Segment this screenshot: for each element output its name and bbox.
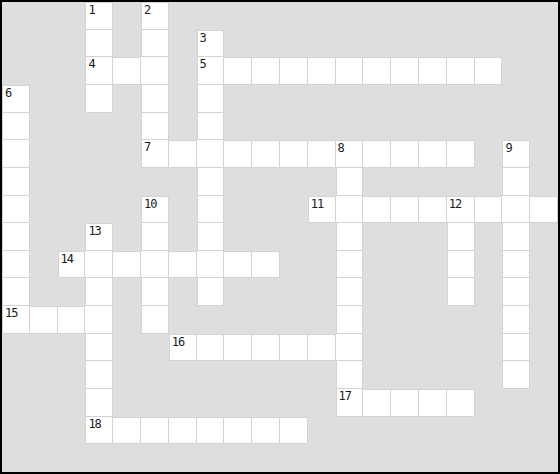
cell-r14c8 (224, 389, 252, 417)
cell-r15c7[interactable] (197, 417, 225, 445)
cell-r11c8 (224, 306, 252, 334)
cell-r0c13 (363, 2, 391, 30)
cell-r0c15 (419, 2, 447, 30)
cell-r15c12 (336, 417, 364, 445)
cell-r3c3[interactable] (85, 85, 113, 113)
cell-r12c6[interactable]: 16 (169, 334, 197, 362)
cell-r10c2 (58, 278, 86, 306)
cell-r1c0 (2, 30, 30, 58)
cell-r15c1 (30, 417, 58, 445)
cell-r12c10[interactable] (280, 334, 308, 362)
cell-r8c14 (391, 223, 419, 251)
cell-r10c18[interactable] (502, 278, 530, 306)
cell-r6c8 (224, 168, 252, 196)
cell-r5c15[interactable] (419, 140, 447, 168)
cell-r4c18 (502, 113, 530, 141)
cell-r10c8 (224, 278, 252, 306)
cell-r4c0[interactable] (2, 113, 30, 141)
cell-r9c0[interactable] (2, 251, 30, 279)
cell-r16c1 (30, 444, 58, 472)
cell-r5c8[interactable] (224, 140, 252, 168)
cell-r3c10 (280, 85, 308, 113)
cell-r8c18[interactable] (502, 223, 530, 251)
cell-r6c11 (308, 168, 336, 196)
cell-r4c10 (280, 113, 308, 141)
cell-r0c12 (336, 2, 364, 30)
cell-r8c16[interactable] (447, 223, 475, 251)
cell-r5c13[interactable] (363, 140, 391, 168)
cell-r6c19 (530, 168, 558, 196)
cell-r13c6 (169, 361, 197, 389)
cell-r1c5[interactable] (141, 30, 169, 58)
cell-r16c6 (169, 444, 197, 472)
cell-r8c9 (252, 223, 280, 251)
cell-r8c3[interactable]: 13 (85, 223, 113, 251)
cell-r15c17 (475, 417, 503, 445)
cell-r5c16[interactable] (447, 140, 475, 168)
cell-r8c19 (530, 223, 558, 251)
clue-number-5: 5 (200, 58, 206, 70)
cell-r7c3 (85, 196, 113, 224)
cell-r10c6 (169, 278, 197, 306)
cell-r2c8[interactable] (224, 57, 252, 85)
cell-r7c7[interactable] (197, 196, 225, 224)
cell-r0c16 (447, 2, 475, 30)
cell-r6c12[interactable] (336, 168, 364, 196)
cell-r9c10 (280, 251, 308, 279)
cell-r16c11 (308, 444, 336, 472)
cell-r10c11 (308, 278, 336, 306)
cell-r0c5[interactable]: 2 (141, 2, 169, 30)
clue-number-9: 9 (505, 142, 511, 154)
cell-r15c4[interactable] (113, 417, 141, 445)
cell-r13c4 (113, 361, 141, 389)
cell-r2c3[interactable]: 4 (85, 57, 113, 85)
cell-r2c0 (2, 57, 30, 85)
cell-r15c16 (447, 417, 475, 445)
cell-r8c6 (169, 223, 197, 251)
cell-r0c9 (252, 2, 280, 30)
cell-r3c1 (30, 85, 58, 113)
cell-r7c2 (58, 196, 86, 224)
cell-r2c12[interactable] (336, 57, 364, 85)
clue-number-18: 18 (88, 418, 100, 430)
cell-r1c15 (419, 30, 447, 58)
cell-r1c9 (252, 30, 280, 58)
cell-r14c0 (2, 389, 30, 417)
clue-number-13: 13 (88, 225, 100, 237)
cell-r3c13 (363, 85, 391, 113)
cell-r10c14 (391, 278, 419, 306)
cell-r5c2 (58, 140, 86, 168)
cell-r10c17 (475, 278, 503, 306)
cell-r16c9 (252, 444, 280, 472)
clue-number-15: 15 (5, 307, 17, 319)
cell-r5c9[interactable] (252, 140, 280, 168)
cell-r4c9 (252, 113, 280, 141)
cell-r0c0 (2, 2, 30, 30)
cell-r9c3[interactable] (85, 251, 113, 279)
cell-r14c15[interactable] (419, 389, 447, 417)
cell-r5c12[interactable]: 8 (336, 140, 364, 168)
cell-r10c0[interactable] (2, 278, 30, 306)
clue-number-4: 4 (88, 58, 94, 70)
cell-r11c17 (475, 306, 503, 334)
cell-r5c17 (475, 140, 503, 168)
cell-r7c18[interactable] (502, 196, 530, 224)
cell-r14c11 (308, 389, 336, 417)
cell-r6c1 (30, 168, 58, 196)
cell-r9c18[interactable] (502, 251, 530, 279)
cell-r0c19 (530, 2, 558, 30)
cell-r16c3 (85, 444, 113, 472)
cell-r9c15 (419, 251, 447, 279)
cell-r2c17[interactable] (475, 57, 503, 85)
cell-r14c17 (475, 389, 503, 417)
cell-r11c9 (252, 306, 280, 334)
cell-r0c18 (502, 2, 530, 30)
cell-r15c3[interactable]: 18 (85, 417, 113, 445)
cell-r16c4 (113, 444, 141, 472)
cell-r14c14[interactable] (391, 389, 419, 417)
cell-r9c9[interactable] (252, 251, 280, 279)
clue-number-7: 7 (144, 141, 150, 153)
cell-r1c2 (58, 30, 86, 58)
cell-r13c9 (252, 361, 280, 389)
cell-r6c18[interactable] (502, 168, 530, 196)
cell-r3c18 (502, 85, 530, 113)
cell-r3c2 (58, 85, 86, 113)
cell-r6c2 (58, 168, 86, 196)
cell-r14c5 (141, 389, 169, 417)
cell-r3c14 (391, 85, 419, 113)
cell-r9c16[interactable] (447, 251, 475, 279)
cell-r9c5[interactable] (141, 251, 169, 279)
cell-r6c4 (113, 168, 141, 196)
cell-r7c12[interactable] (336, 196, 364, 224)
cell-r0c7 (197, 2, 225, 30)
cell-r13c5 (141, 361, 169, 389)
cell-r7c1 (30, 196, 58, 224)
cell-r9c11 (308, 251, 336, 279)
cell-r3c8 (224, 85, 252, 113)
cell-r4c7[interactable] (197, 113, 225, 141)
cell-r6c9 (252, 168, 280, 196)
cell-r7c10 (280, 196, 308, 224)
cell-r15c9[interactable] (252, 417, 280, 445)
cell-r15c18 (502, 417, 530, 445)
cell-r15c8[interactable] (224, 417, 252, 445)
cell-r8c17 (475, 223, 503, 251)
cell-r9c2[interactable]: 14 (58, 251, 86, 279)
cell-r13c18[interactable] (502, 361, 530, 389)
cell-r15c0 (2, 417, 30, 445)
cell-r8c1 (30, 223, 58, 251)
cell-r11c5[interactable] (141, 306, 169, 334)
cell-r9c8[interactable] (224, 251, 252, 279)
cell-r8c0[interactable] (2, 223, 30, 251)
cell-r12c19 (530, 334, 558, 362)
cell-r14c3[interactable] (85, 389, 113, 417)
cell-r11c15 (419, 306, 447, 334)
cell-r14c10 (280, 389, 308, 417)
cell-r12c4 (113, 334, 141, 362)
cell-r11c2[interactable] (58, 306, 86, 334)
cell-r2c16[interactable] (447, 57, 475, 85)
cell-r10c12[interactable] (336, 278, 364, 306)
cell-r12c2 (58, 334, 86, 362)
cell-r13c10 (280, 361, 308, 389)
cell-r11c18[interactable] (502, 306, 530, 334)
cell-r11c1[interactable] (30, 306, 58, 334)
cell-r6c7[interactable] (197, 168, 225, 196)
cell-r8c12[interactable] (336, 223, 364, 251)
cell-r2c6 (169, 57, 197, 85)
cell-r7c16[interactable]: 12 (447, 196, 475, 224)
cell-r13c13 (363, 361, 391, 389)
cell-r5c3 (85, 140, 113, 168)
cell-r0c4 (113, 2, 141, 30)
cell-r8c8 (224, 223, 252, 251)
cell-r2c11[interactable] (308, 57, 336, 85)
cell-r11c0[interactable]: 15 (2, 306, 30, 334)
cell-r14c12[interactable]: 17 (336, 389, 364, 417)
cell-r10c7[interactable] (197, 278, 225, 306)
cell-r7c17[interactable] (475, 196, 503, 224)
clue-number-2: 2 (144, 4, 150, 16)
cell-r13c8 (224, 361, 252, 389)
cell-r15c14 (391, 417, 419, 445)
cell-r5c6[interactable] (169, 140, 197, 168)
cell-r12c13 (363, 334, 391, 362)
cell-r4c2 (58, 113, 86, 141)
cell-r2c19 (530, 57, 558, 85)
cell-r7c9 (252, 196, 280, 224)
cell-r9c13 (363, 251, 391, 279)
cell-r11c6 (169, 306, 197, 334)
cell-r11c13 (363, 306, 391, 334)
cell-r13c2 (58, 361, 86, 389)
cell-r15c19 (530, 417, 558, 445)
cell-r0c8 (224, 2, 252, 30)
cell-r11c3[interactable] (85, 306, 113, 334)
cell-r12c18[interactable] (502, 334, 530, 362)
cell-r5c11[interactable] (308, 140, 336, 168)
cell-r2c9[interactable] (252, 57, 280, 85)
cell-r10c3[interactable] (85, 278, 113, 306)
cell-r5c7[interactable] (197, 140, 225, 168)
cell-r5c5[interactable]: 7 (141, 140, 169, 168)
cell-r10c15 (419, 278, 447, 306)
cell-r6c6 (169, 168, 197, 196)
cell-r1c7[interactable]: 3 (197, 30, 225, 58)
cell-r4c19 (530, 113, 558, 141)
cell-r1c3[interactable] (85, 30, 113, 58)
cell-r9c17 (475, 251, 503, 279)
cell-r10c1 (30, 278, 58, 306)
cell-r4c6 (169, 113, 197, 141)
cell-r0c2 (58, 2, 86, 30)
cell-r16c10 (280, 444, 308, 472)
cell-r12c9[interactable] (252, 334, 280, 362)
cell-r9c14 (391, 251, 419, 279)
cell-r14c18 (502, 389, 530, 417)
cell-r5c14[interactable] (391, 140, 419, 168)
cell-r7c11[interactable]: 11 (308, 196, 336, 224)
cell-r16c2 (58, 444, 86, 472)
cell-r8c10 (280, 223, 308, 251)
cell-r12c3[interactable] (85, 334, 113, 362)
cell-r6c17 (475, 168, 503, 196)
cell-r7c14[interactable] (391, 196, 419, 224)
cell-r15c6[interactable] (169, 417, 197, 445)
cell-r16c15 (419, 444, 447, 472)
cell-r6c5 (141, 168, 169, 196)
cell-r3c19 (530, 85, 558, 113)
cell-r1c12 (336, 30, 364, 58)
cell-r12c8[interactable] (224, 334, 252, 362)
clue-number-11: 11 (311, 198, 323, 210)
cell-r2c1 (30, 57, 58, 85)
cell-r1c1 (30, 30, 58, 58)
clue-number-14: 14 (61, 253, 73, 265)
cell-r12c14 (391, 334, 419, 362)
cell-r2c7[interactable]: 5 (197, 57, 225, 85)
cell-r1c19 (530, 30, 558, 58)
cell-r4c5[interactable] (141, 113, 169, 141)
cell-r3c5[interactable] (141, 85, 169, 113)
cell-r5c0[interactable] (2, 140, 30, 168)
cell-r0c3[interactable]: 1 (85, 2, 113, 30)
cell-r13c16 (447, 361, 475, 389)
cell-r3c17 (475, 85, 503, 113)
cell-r11c16 (447, 306, 475, 334)
cell-r3c4 (113, 85, 141, 113)
cell-r10c16[interactable] (447, 278, 475, 306)
cell-r5c18[interactable]: 9 (502, 140, 530, 168)
cell-r3c7[interactable] (197, 85, 225, 113)
cell-r12c16 (447, 334, 475, 362)
cell-r12c15 (419, 334, 447, 362)
cell-r13c7 (197, 361, 225, 389)
cell-r15c10[interactable] (280, 417, 308, 445)
cell-r8c11 (308, 223, 336, 251)
cell-r2c14[interactable] (391, 57, 419, 85)
cell-r0c14 (391, 2, 419, 30)
cell-r12c7[interactable] (197, 334, 225, 362)
cell-r9c1 (30, 251, 58, 279)
cell-r8c5[interactable] (141, 223, 169, 251)
cell-r1c6 (169, 30, 197, 58)
cell-r3c16 (447, 85, 475, 113)
cell-r14c4 (113, 389, 141, 417)
cell-r2c5[interactable] (141, 57, 169, 85)
clue-number-8: 8 (338, 142, 344, 154)
cell-r15c13 (363, 417, 391, 445)
cell-r2c13[interactable] (363, 57, 391, 85)
cell-r4c13 (363, 113, 391, 141)
cell-r7c19[interactable] (530, 196, 558, 224)
cell-r13c11 (308, 361, 336, 389)
cell-r10c5[interactable] (141, 278, 169, 306)
cell-r0c1 (30, 2, 58, 30)
cell-r10c13 (363, 278, 391, 306)
cell-r7c13[interactable] (363, 196, 391, 224)
cell-r7c6 (169, 196, 197, 224)
cell-r1c11 (308, 30, 336, 58)
cell-r7c15[interactable] (419, 196, 447, 224)
cell-r6c16 (447, 168, 475, 196)
cell-r16c0 (2, 444, 30, 472)
cell-r15c5[interactable] (141, 417, 169, 445)
cell-r4c16 (447, 113, 475, 141)
cell-r13c17 (475, 361, 503, 389)
cell-r16c16 (447, 444, 475, 472)
cell-r16c13 (363, 444, 391, 472)
cell-r14c16[interactable] (447, 389, 475, 417)
cell-r7c0[interactable] (2, 196, 30, 224)
cell-r1c17 (475, 30, 503, 58)
cell-r9c6[interactable] (169, 251, 197, 279)
cell-r12c1 (30, 334, 58, 362)
cell-r1c13 (363, 30, 391, 58)
cell-r9c12[interactable] (336, 251, 364, 279)
cell-r2c18 (502, 57, 530, 85)
cell-r3c12 (336, 85, 364, 113)
cell-r11c11 (308, 306, 336, 334)
cell-r9c7[interactable] (197, 251, 225, 279)
cell-r1c8 (224, 30, 252, 58)
cell-r8c7[interactable] (197, 223, 225, 251)
cell-r3c0[interactable]: 6 (2, 85, 30, 113)
cell-r11c10 (280, 306, 308, 334)
cell-r11c12[interactable] (336, 306, 364, 334)
cell-r11c14 (391, 306, 419, 334)
cell-r4c11 (308, 113, 336, 141)
crossword-board: 123456789101112131415161718 (0, 0, 560, 474)
cell-r5c19 (530, 140, 558, 168)
cell-r4c12 (336, 113, 364, 141)
cell-r13c1 (30, 361, 58, 389)
cell-r14c6 (169, 389, 197, 417)
cell-r0c6 (169, 2, 197, 30)
cell-r12c11[interactable] (308, 334, 336, 362)
cell-r1c14 (391, 30, 419, 58)
cell-r2c10[interactable] (280, 57, 308, 85)
cell-r2c4[interactable] (113, 57, 141, 85)
cell-r13c3[interactable] (85, 361, 113, 389)
cell-r13c12[interactable] (336, 361, 364, 389)
cell-r5c10[interactable] (280, 140, 308, 168)
cell-r8c15 (419, 223, 447, 251)
cell-r6c0[interactable] (2, 168, 30, 196)
cell-r6c14 (391, 168, 419, 196)
cell-r16c7 (197, 444, 225, 472)
cell-r13c14 (391, 361, 419, 389)
cell-r14c13[interactable] (363, 389, 391, 417)
clue-number-16: 16 (172, 336, 184, 348)
clue-number-6: 6 (5, 87, 11, 99)
clue-number-1: 1 (88, 4, 94, 16)
cell-r7c5[interactable]: 10 (141, 196, 169, 224)
cell-r16c19 (530, 444, 558, 472)
cell-r12c12[interactable] (336, 334, 364, 362)
cell-r9c4[interactable] (113, 251, 141, 279)
cell-r5c4 (113, 140, 141, 168)
cell-r0c11 (308, 2, 336, 30)
cell-r15c11 (308, 417, 336, 445)
cell-r2c15[interactable] (419, 57, 447, 85)
